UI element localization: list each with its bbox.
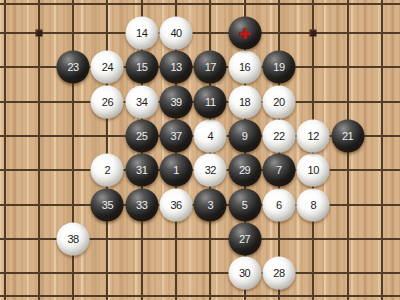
stone-black-15: 15	[125, 51, 158, 84]
stone-move-number: 28	[273, 268, 284, 279]
last-move-cross-icon: ✚	[239, 26, 250, 40]
stone-move-number: 26	[102, 96, 113, 107]
stone-move-number: 20	[273, 96, 284, 107]
stone-move-number: 7	[276, 165, 282, 176]
stone-black-3: 3	[194, 188, 227, 221]
stone-white-20: 20	[262, 85, 295, 118]
stone-move-number: 14	[136, 28, 147, 39]
stone-white-36: 36	[160, 188, 193, 221]
stone-black-35: 35	[91, 188, 124, 221]
star-point	[310, 30, 317, 37]
stone-white-34: 34	[125, 85, 158, 118]
stone-black-17: 17	[194, 51, 227, 84]
stone-white-4: 4	[194, 119, 227, 152]
stone-move-number: 38	[67, 233, 78, 244]
grid-line-vertical	[106, 0, 108, 300]
stone-white-12: 12	[297, 119, 330, 152]
stone-white-2: 2	[91, 154, 124, 187]
stone-white-10: 10	[297, 154, 330, 187]
stone-black-33: 33	[125, 188, 158, 221]
stone-white-38: 38	[57, 222, 90, 255]
stone-move-number: 32	[205, 165, 216, 176]
stone-white-30: 30	[228, 257, 261, 290]
stone-move-number: 27	[239, 233, 250, 244]
grid-line-horizontal	[0, 32, 400, 34]
stone-move-number: 31	[136, 165, 147, 176]
stone-black-5: 5	[228, 188, 261, 221]
stone-black-13: 13	[160, 51, 193, 84]
stone-white-22: 22	[262, 119, 295, 152]
stone-black-21: 21	[331, 119, 364, 152]
stone-move-number: 10	[308, 165, 319, 176]
stone-move-number: 22	[273, 130, 284, 141]
stone-black-1: 1	[160, 154, 193, 187]
stone-white-16: 16	[228, 51, 261, 84]
stone-move-number: 34	[136, 96, 147, 107]
stone-move-number: 3	[207, 199, 213, 210]
stone-move-number: 21	[342, 130, 353, 141]
stone-black-27: 27	[228, 222, 261, 255]
stone-move-number: 37	[170, 130, 181, 141]
stone-black-39: 39	[160, 85, 193, 118]
last-move-stone: ✚	[228, 17, 261, 50]
stone-move-number: 12	[308, 130, 319, 141]
stone-move-number: 25	[136, 130, 147, 141]
star-point	[35, 30, 42, 37]
stone-move-number: 29	[239, 165, 250, 176]
stone-move-number: 36	[170, 199, 181, 210]
stone-move-number: 5	[242, 199, 248, 210]
grid-line-vertical	[4, 0, 6, 300]
stone-move-number: 23	[67, 62, 78, 73]
stone-black-9: 9	[228, 119, 261, 152]
stone-white-8: 8	[297, 188, 330, 221]
stone-move-number: 9	[242, 130, 248, 141]
stone-white-26: 26	[91, 85, 124, 118]
stone-move-number: 11	[205, 96, 215, 107]
stone-move-number: 17	[205, 62, 216, 73]
stone-move-number: 19	[273, 62, 284, 73]
stone-move-number: 24	[102, 62, 113, 73]
grid-line-vertical	[381, 0, 383, 300]
stone-black-37: 37	[160, 119, 193, 152]
stone-black-31: 31	[125, 154, 158, 187]
board-edge-line	[0, 3, 400, 5]
stone-move-number: 4	[207, 130, 213, 141]
stone-move-number: 1	[173, 165, 179, 176]
gomoku-board[interactable]: 1234567891011121314151617181920212223242…	[0, 0, 400, 300]
stone-white-32: 32	[194, 154, 227, 187]
stone-white-40: 40	[160, 17, 193, 50]
stone-move-number: 13	[170, 62, 181, 73]
stone-move-number: 18	[239, 96, 250, 107]
grid-line-horizontal	[0, 272, 400, 274]
stone-black-29: 29	[228, 154, 261, 187]
grid-line-vertical	[38, 0, 40, 300]
stone-move-number: 6	[276, 199, 282, 210]
stone-move-number: 2	[105, 165, 111, 176]
board-edge-line	[0, 295, 400, 297]
stone-move-number: 35	[102, 199, 113, 210]
stone-black-7: 7	[262, 154, 295, 187]
stone-white-28: 28	[262, 257, 295, 290]
stone-white-14: 14	[125, 17, 158, 50]
stone-white-24: 24	[91, 51, 124, 84]
stone-move-number: 40	[170, 28, 181, 39]
stone-move-number: 33	[136, 199, 147, 210]
stone-move-number: 16	[239, 62, 250, 73]
stone-move-number: 8	[310, 199, 316, 210]
stone-move-number: 39	[170, 96, 181, 107]
stone-white-18: 18	[228, 85, 261, 118]
stone-black-25: 25	[125, 119, 158, 152]
stone-black-23: 23	[57, 51, 90, 84]
stone-black-11: 11	[194, 85, 227, 118]
stone-black-19: 19	[262, 51, 295, 84]
stone-move-number: 15	[136, 62, 147, 73]
stone-white-6: 6	[262, 188, 295, 221]
stone-move-number: 30	[239, 268, 250, 279]
